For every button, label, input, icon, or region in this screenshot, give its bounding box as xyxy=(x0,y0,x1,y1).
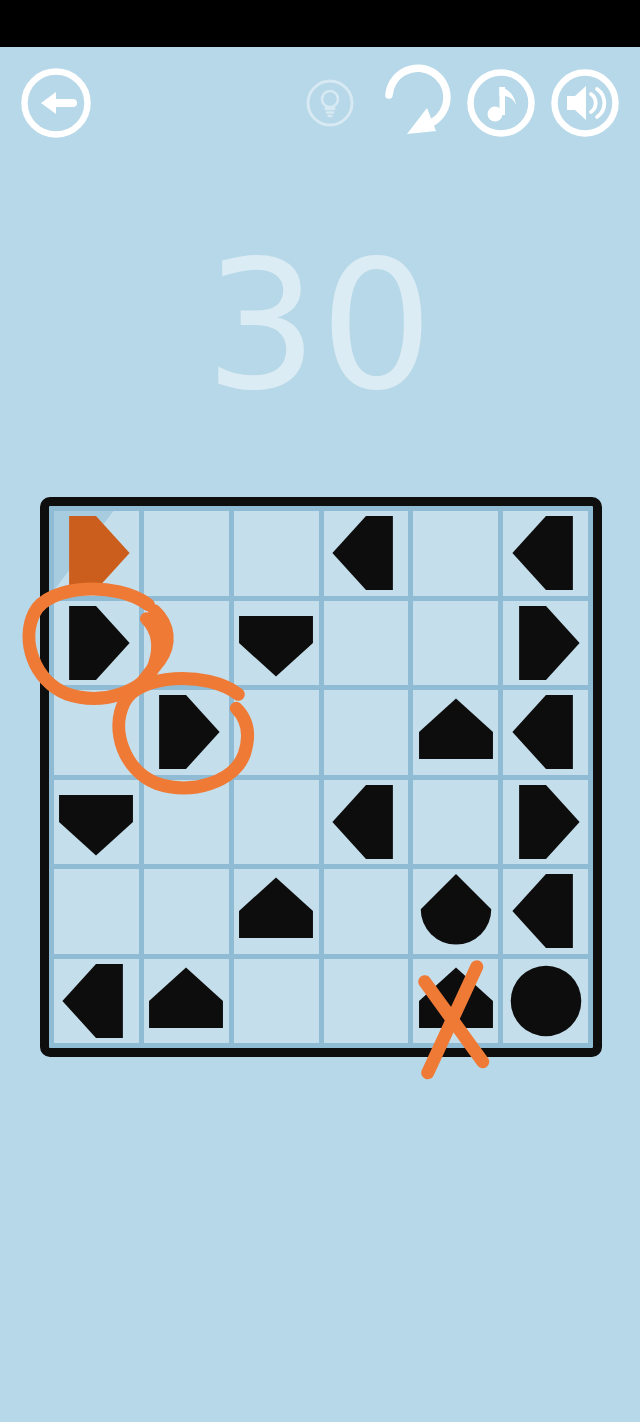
hint-button[interactable] xyxy=(306,79,354,127)
arrow-up-piece xyxy=(234,869,318,953)
teardrop-piece xyxy=(414,869,498,953)
cell-3-1[interactable] xyxy=(144,780,229,865)
cell-4-2[interactable] xyxy=(234,869,319,954)
sound-button[interactable] xyxy=(548,66,622,140)
arrow-right-piece xyxy=(54,601,138,685)
arrow-down-piece xyxy=(54,780,138,864)
cell-5-2[interactable] xyxy=(234,959,319,1044)
cell-0-0[interactable] xyxy=(54,511,139,596)
cell-4-5[interactable] xyxy=(503,869,588,954)
cell-2-2[interactable] xyxy=(234,690,319,775)
cell-1-2[interactable] xyxy=(234,601,319,686)
cell-5-1[interactable] xyxy=(144,959,229,1044)
arrow-left-piece xyxy=(504,511,588,595)
level-number: 30 xyxy=(0,237,640,415)
cell-4-3[interactable] xyxy=(324,869,409,954)
arrow-up-piece xyxy=(144,959,228,1043)
arrow-left-piece xyxy=(324,780,408,864)
cell-4-1[interactable] xyxy=(144,869,229,954)
cell-4-0[interactable] xyxy=(54,869,139,954)
arrow-right-piece xyxy=(504,780,588,864)
back-button[interactable] xyxy=(20,67,92,139)
back-arrow-icon xyxy=(20,67,92,139)
arrow-up-piece xyxy=(414,690,498,774)
circle-piece xyxy=(504,959,588,1043)
cell-5-4[interactable] xyxy=(413,959,498,1044)
arrow-left-piece xyxy=(324,511,408,595)
undo-arrow-icon xyxy=(383,58,455,144)
status-bar xyxy=(0,0,640,47)
cell-5-5[interactable] xyxy=(503,959,588,1044)
arrow-left-piece xyxy=(504,690,588,774)
cell-3-0[interactable] xyxy=(54,780,139,865)
cell-0-1[interactable] xyxy=(144,511,229,596)
game-board xyxy=(40,497,602,1057)
cell-5-0[interactable] xyxy=(54,959,139,1044)
cell-3-2[interactable] xyxy=(234,780,319,865)
music-button[interactable] xyxy=(464,66,538,140)
arrow-right-piece xyxy=(144,690,228,774)
cell-1-0[interactable] xyxy=(54,601,139,686)
arrow-down-piece xyxy=(234,601,318,685)
cell-0-3[interactable] xyxy=(324,511,409,596)
cell-2-5[interactable] xyxy=(503,690,588,775)
cell-2-1[interactable] xyxy=(144,690,229,775)
cell-0-5[interactable] xyxy=(503,511,588,596)
arrow-up-piece xyxy=(414,959,498,1043)
lightbulb-icon xyxy=(306,79,354,127)
cell-1-3[interactable] xyxy=(324,601,409,686)
cell-4-4[interactable] xyxy=(413,869,498,954)
cell-1-5[interactable] xyxy=(503,601,588,686)
cell-1-4[interactable] xyxy=(413,601,498,686)
cell-3-4[interactable] xyxy=(413,780,498,865)
arrow-right-piece xyxy=(54,511,138,595)
cell-5-3[interactable] xyxy=(324,959,409,1044)
cell-0-4[interactable] xyxy=(413,511,498,596)
cell-0-2[interactable] xyxy=(234,511,319,596)
music-note-icon xyxy=(464,66,538,140)
undo-button[interactable] xyxy=(383,58,455,144)
cell-3-3[interactable] xyxy=(324,780,409,865)
cell-2-4[interactable] xyxy=(413,690,498,775)
speaker-icon xyxy=(548,66,622,140)
arrow-left-piece xyxy=(504,869,588,953)
cell-3-5[interactable] xyxy=(503,780,588,865)
cell-2-0[interactable] xyxy=(54,690,139,775)
cell-2-3[interactable] xyxy=(324,690,409,775)
arrow-left-piece xyxy=(54,959,138,1043)
cell-1-1[interactable] xyxy=(144,601,229,686)
arrow-right-piece xyxy=(504,601,588,685)
